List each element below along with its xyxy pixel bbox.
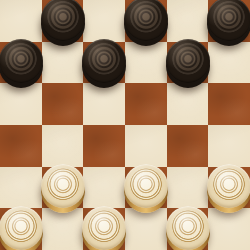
- checker-piece-dark[interactable]: [41, 0, 85, 47]
- piece-face: [82, 39, 126, 83]
- piece-face: [41, 164, 85, 208]
- piece-face: [41, 0, 85, 41]
- checker-piece-light[interactable]: [0, 206, 43, 250]
- board-square-light[interactable]: [167, 83, 209, 125]
- board-square-light[interactable]: [0, 0, 42, 42]
- board-square-light[interactable]: [208, 42, 250, 84]
- board-square-dark[interactable]: [167, 125, 209, 167]
- board-square-dark[interactable]: [125, 83, 167, 125]
- checker-piece-light[interactable]: [82, 206, 126, 250]
- board-square-light[interactable]: [42, 125, 84, 167]
- checker-piece-light[interactable]: [41, 164, 85, 214]
- checker-piece-light[interactable]: [207, 164, 250, 214]
- checker-piece-dark[interactable]: [166, 39, 210, 89]
- piece-face: [124, 164, 168, 208]
- board-square-dark[interactable]: [42, 83, 84, 125]
- piece-face: [207, 0, 250, 41]
- piece-face: [82, 206, 126, 250]
- checker-piece-dark[interactable]: [0, 39, 43, 89]
- board-square-dark[interactable]: [0, 125, 42, 167]
- checker-piece-light[interactable]: [166, 206, 210, 250]
- board-square-light[interactable]: [208, 208, 250, 250]
- piece-face: [207, 164, 250, 208]
- board-square-dark[interactable]: [208, 83, 250, 125]
- board-square-light[interactable]: [167, 167, 209, 209]
- board-square-light[interactable]: [125, 42, 167, 84]
- checker-piece-dark[interactable]: [207, 0, 250, 47]
- piece-face: [166, 206, 210, 250]
- board-square-light[interactable]: [83, 167, 125, 209]
- checkers-game-view: [0, 0, 250, 250]
- checker-piece-dark[interactable]: [124, 0, 168, 47]
- piece-face: [0, 39, 43, 83]
- board-square-light[interactable]: [0, 167, 42, 209]
- board-square-light[interactable]: [0, 83, 42, 125]
- board-square-light[interactable]: [42, 42, 84, 84]
- board-square-light[interactable]: [125, 125, 167, 167]
- board-square-light[interactable]: [167, 0, 209, 42]
- board-square-light[interactable]: [83, 83, 125, 125]
- checker-piece-light[interactable]: [124, 164, 168, 214]
- checker-piece-dark[interactable]: [82, 39, 126, 89]
- board-square-light[interactable]: [83, 0, 125, 42]
- board-square-dark[interactable]: [83, 125, 125, 167]
- board-square-light[interactable]: [208, 125, 250, 167]
- board-square-light[interactable]: [125, 208, 167, 250]
- checkers-board: [0, 0, 250, 250]
- piece-face: [166, 39, 210, 83]
- piece-face: [0, 206, 43, 250]
- board-square-light[interactable]: [42, 208, 84, 250]
